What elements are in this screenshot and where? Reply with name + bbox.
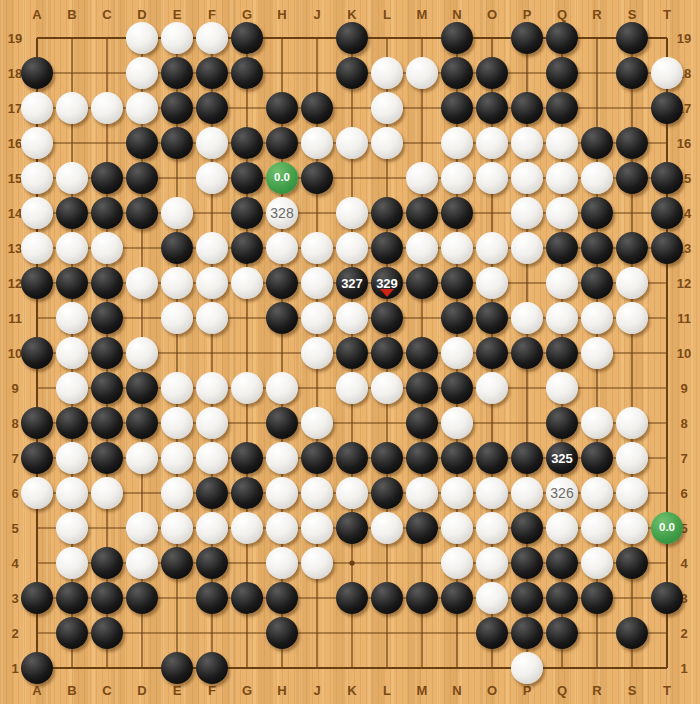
- intersection-T11[interactable]: [650, 301, 684, 335]
- intersection-N2[interactable]: [440, 616, 474, 650]
- intersection-R14[interactable]: [580, 196, 614, 230]
- intersection-N19[interactable]: [440, 21, 474, 55]
- intersection-K14[interactable]: [335, 196, 369, 230]
- intersection-C6[interactable]: [90, 476, 124, 510]
- intersection-D8[interactable]: [125, 406, 159, 440]
- intersection-Q1[interactable]: [545, 651, 579, 685]
- intersection-B1[interactable]: [55, 651, 89, 685]
- intersection-Q13[interactable]: [545, 231, 579, 265]
- intersection-Q9[interactable]: [545, 371, 579, 405]
- intersection-D10[interactable]: [125, 336, 159, 370]
- intersection-J5[interactable]: [300, 511, 334, 545]
- intersection-T7[interactable]: [650, 441, 684, 475]
- intersection-O5[interactable]: [475, 511, 509, 545]
- intersection-H10[interactable]: [265, 336, 299, 370]
- intersection-J8[interactable]: [300, 406, 334, 440]
- intersection-Q16[interactable]: [545, 126, 579, 160]
- intersection-F3[interactable]: [195, 581, 229, 615]
- intersection-K13[interactable]: [335, 231, 369, 265]
- intersection-E2[interactable]: [160, 616, 194, 650]
- intersection-O7[interactable]: [475, 441, 509, 475]
- intersection-N17[interactable]: [440, 91, 474, 125]
- intersection-J2[interactable]: [300, 616, 334, 650]
- intersection-H12[interactable]: [265, 266, 299, 300]
- intersection-O18[interactable]: [475, 56, 509, 90]
- intersection-N5[interactable]: [440, 511, 474, 545]
- intersection-N8[interactable]: [440, 406, 474, 440]
- intersection-A10[interactable]: [20, 336, 54, 370]
- intersection-J1[interactable]: [300, 651, 334, 685]
- intersection-F17[interactable]: [195, 91, 229, 125]
- intersection-O10[interactable]: [475, 336, 509, 370]
- intersection-L6[interactable]: [370, 476, 404, 510]
- intersection-T9[interactable]: [650, 371, 684, 405]
- intersection-A18[interactable]: [20, 56, 54, 90]
- intersection-K18[interactable]: [335, 56, 369, 90]
- intersection-B4[interactable]: [55, 546, 89, 580]
- intersection-C4[interactable]: [90, 546, 124, 580]
- intersection-D19[interactable]: [125, 21, 159, 55]
- intersection-O11[interactable]: [475, 301, 509, 335]
- intersection-M9[interactable]: [405, 371, 439, 405]
- intersection-E9[interactable]: [160, 371, 194, 405]
- intersection-J11[interactable]: [300, 301, 334, 335]
- intersection-L9[interactable]: [370, 371, 404, 405]
- intersection-A7[interactable]: [20, 441, 54, 475]
- intersection-H7[interactable]: [265, 441, 299, 475]
- intersection-G1[interactable]: [230, 651, 264, 685]
- intersection-K6[interactable]: [335, 476, 369, 510]
- intersection-P3[interactable]: [510, 581, 544, 615]
- intersection-N4[interactable]: [440, 546, 474, 580]
- intersection-F8[interactable]: [195, 406, 229, 440]
- intersection-D6[interactable]: [125, 476, 159, 510]
- intersection-C15[interactable]: [90, 161, 124, 195]
- intersection-R2[interactable]: [580, 616, 614, 650]
- intersection-G12[interactable]: [230, 266, 264, 300]
- intersection-G13[interactable]: [230, 231, 264, 265]
- intersection-P16[interactable]: [510, 126, 544, 160]
- intersection-G17[interactable]: [230, 91, 264, 125]
- intersection-K12[interactable]: 327: [335, 266, 369, 300]
- intersection-J13[interactable]: [300, 231, 334, 265]
- intersection-J7[interactable]: [300, 441, 334, 475]
- intersection-O4[interactable]: [475, 546, 509, 580]
- intersection-L10[interactable]: [370, 336, 404, 370]
- intersection-S10[interactable]: [615, 336, 649, 370]
- intersection-M11[interactable]: [405, 301, 439, 335]
- intersection-A1[interactable]: [20, 651, 54, 685]
- intersection-C8[interactable]: [90, 406, 124, 440]
- intersection-O3[interactable]: [475, 581, 509, 615]
- intersection-G7[interactable]: [230, 441, 264, 475]
- intersection-R5[interactable]: [580, 511, 614, 545]
- intersection-C17[interactable]: [90, 91, 124, 125]
- intersection-N9[interactable]: [440, 371, 474, 405]
- intersection-S12[interactable]: [615, 266, 649, 300]
- intersection-P13[interactable]: [510, 231, 544, 265]
- intersection-D9[interactable]: [125, 371, 159, 405]
- intersection-M2[interactable]: [405, 616, 439, 650]
- intersection-L17[interactable]: [370, 91, 404, 125]
- intersection-O15[interactable]: [475, 161, 509, 195]
- intersection-J6[interactable]: [300, 476, 334, 510]
- intersection-R10[interactable]: [580, 336, 614, 370]
- intersection-F1[interactable]: [195, 651, 229, 685]
- intersection-P17[interactable]: [510, 91, 544, 125]
- intersection-A17[interactable]: [20, 91, 54, 125]
- intersection-B7[interactable]: [55, 441, 89, 475]
- intersection-T14[interactable]: [650, 196, 684, 230]
- intersection-H18[interactable]: [265, 56, 299, 90]
- intersection-D1[interactable]: [125, 651, 159, 685]
- intersection-E1[interactable]: [160, 651, 194, 685]
- intersection-M8[interactable]: [405, 406, 439, 440]
- intersection-H5[interactable]: [265, 511, 299, 545]
- intersection-M10[interactable]: [405, 336, 439, 370]
- intersection-R13[interactable]: [580, 231, 614, 265]
- intersection-T2[interactable]: [650, 616, 684, 650]
- intersection-G19[interactable]: [230, 21, 264, 55]
- intersection-K11[interactable]: [335, 301, 369, 335]
- intersection-D5[interactable]: [125, 511, 159, 545]
- intersection-S6[interactable]: [615, 476, 649, 510]
- intersection-B10[interactable]: [55, 336, 89, 370]
- intersection-O12[interactable]: [475, 266, 509, 300]
- intersection-C1[interactable]: [90, 651, 124, 685]
- intersection-S4[interactable]: [615, 546, 649, 580]
- intersection-A2[interactable]: [20, 616, 54, 650]
- intersection-G6[interactable]: [230, 476, 264, 510]
- intersection-E3[interactable]: [160, 581, 194, 615]
- intersection-E5[interactable]: [160, 511, 194, 545]
- intersection-R7[interactable]: [580, 441, 614, 475]
- intersection-A13[interactable]: [20, 231, 54, 265]
- intersection-C11[interactable]: [90, 301, 124, 335]
- intersection-S9[interactable]: [615, 371, 649, 405]
- intersection-E8[interactable]: [160, 406, 194, 440]
- intersection-S5[interactable]: [615, 511, 649, 545]
- intersection-G14[interactable]: [230, 196, 264, 230]
- intersection-A4[interactable]: [20, 546, 54, 580]
- intersection-D15[interactable]: [125, 161, 159, 195]
- intersection-E11[interactable]: [160, 301, 194, 335]
- intersection-B17[interactable]: [55, 91, 89, 125]
- intersection-M19[interactable]: [405, 21, 439, 55]
- intersection-K8[interactable]: [335, 406, 369, 440]
- intersection-D14[interactable]: [125, 196, 159, 230]
- intersection-S15[interactable]: [615, 161, 649, 195]
- intersection-C7[interactable]: [90, 441, 124, 475]
- intersection-M4[interactable]: [405, 546, 439, 580]
- intersection-R6[interactable]: [580, 476, 614, 510]
- intersection-S17[interactable]: [615, 91, 649, 125]
- intersection-B3[interactable]: [55, 581, 89, 615]
- intersection-G10[interactable]: [230, 336, 264, 370]
- intersection-K9[interactable]: [335, 371, 369, 405]
- intersection-R1[interactable]: [580, 651, 614, 685]
- intersection-P1[interactable]: [510, 651, 544, 685]
- intersection-B14[interactable]: [55, 196, 89, 230]
- intersection-F11[interactable]: [195, 301, 229, 335]
- intersection-A19[interactable]: [20, 21, 54, 55]
- intersection-O2[interactable]: [475, 616, 509, 650]
- intersection-N1[interactable]: [440, 651, 474, 685]
- intersection-P9[interactable]: [510, 371, 544, 405]
- intersection-B19[interactable]: [55, 21, 89, 55]
- intersection-K5[interactable]: [335, 511, 369, 545]
- intersection-A15[interactable]: [20, 161, 54, 195]
- intersection-R17[interactable]: [580, 91, 614, 125]
- intersection-P8[interactable]: [510, 406, 544, 440]
- intersection-T10[interactable]: [650, 336, 684, 370]
- intersection-S14[interactable]: [615, 196, 649, 230]
- intersection-N11[interactable]: [440, 301, 474, 335]
- intersection-L15[interactable]: [370, 161, 404, 195]
- intersection-C19[interactable]: [90, 21, 124, 55]
- intersection-N15[interactable]: [440, 161, 474, 195]
- intersection-H3[interactable]: [265, 581, 299, 615]
- intersection-S11[interactable]: [615, 301, 649, 335]
- intersection-M5[interactable]: [405, 511, 439, 545]
- intersection-M1[interactable]: [405, 651, 439, 685]
- intersection-A12[interactable]: [20, 266, 54, 300]
- intersection-L5[interactable]: [370, 511, 404, 545]
- intersection-H6[interactable]: [265, 476, 299, 510]
- intersection-A6[interactable]: [20, 476, 54, 510]
- intersection-F13[interactable]: [195, 231, 229, 265]
- intersection-P7[interactable]: [510, 441, 544, 475]
- intersection-D18[interactable]: [125, 56, 159, 90]
- intersection-M17[interactable]: [405, 91, 439, 125]
- intersection-B6[interactable]: [55, 476, 89, 510]
- intersection-T8[interactable]: [650, 406, 684, 440]
- intersection-M7[interactable]: [405, 441, 439, 475]
- intersection-O17[interactable]: [475, 91, 509, 125]
- intersection-G5[interactable]: [230, 511, 264, 545]
- intersection-G16[interactable]: [230, 126, 264, 160]
- intersection-A3[interactable]: [20, 581, 54, 615]
- intersection-R8[interactable]: [580, 406, 614, 440]
- intersection-O9[interactable]: [475, 371, 509, 405]
- intersection-E16[interactable]: [160, 126, 194, 160]
- intersection-D2[interactable]: [125, 616, 159, 650]
- intersection-Q11[interactable]: [545, 301, 579, 335]
- intersection-F2[interactable]: [195, 616, 229, 650]
- intersection-H14[interactable]: 328: [265, 196, 299, 230]
- intersection-Q3[interactable]: [545, 581, 579, 615]
- intersection-M3[interactable]: [405, 581, 439, 615]
- intersection-F15[interactable]: [195, 161, 229, 195]
- intersection-B5[interactable]: [55, 511, 89, 545]
- intersection-L2[interactable]: [370, 616, 404, 650]
- intersection-R12[interactable]: [580, 266, 614, 300]
- intersection-R11[interactable]: [580, 301, 614, 335]
- intersection-C9[interactable]: [90, 371, 124, 405]
- intersection-O19[interactable]: [475, 21, 509, 55]
- intersection-T12[interactable]: [650, 266, 684, 300]
- intersection-K10[interactable]: [335, 336, 369, 370]
- intersection-T4[interactable]: [650, 546, 684, 580]
- intersection-J18[interactable]: [300, 56, 334, 90]
- intersection-G2[interactable]: [230, 616, 264, 650]
- intersection-O1[interactable]: [475, 651, 509, 685]
- intersection-R15[interactable]: [580, 161, 614, 195]
- intersection-L14[interactable]: [370, 196, 404, 230]
- intersection-E19[interactable]: [160, 21, 194, 55]
- intersection-F14[interactable]: [195, 196, 229, 230]
- intersection-L18[interactable]: [370, 56, 404, 90]
- intersection-T13[interactable]: [650, 231, 684, 265]
- intersection-E12[interactable]: [160, 266, 194, 300]
- intersection-C5[interactable]: [90, 511, 124, 545]
- intersection-J9[interactable]: [300, 371, 334, 405]
- intersection-O14[interactable]: [475, 196, 509, 230]
- intersection-E6[interactable]: [160, 476, 194, 510]
- intersection-D17[interactable]: [125, 91, 159, 125]
- intersection-P4[interactable]: [510, 546, 544, 580]
- intersection-P5[interactable]: [510, 511, 544, 545]
- intersection-P10[interactable]: [510, 336, 544, 370]
- intersection-F9[interactable]: [195, 371, 229, 405]
- intersection-T15[interactable]: [650, 161, 684, 195]
- intersection-P19[interactable]: [510, 21, 544, 55]
- intersection-G15[interactable]: [230, 161, 264, 195]
- intersection-T1[interactable]: [650, 651, 684, 685]
- intersection-E18[interactable]: [160, 56, 194, 90]
- intersection-D7[interactable]: [125, 441, 159, 475]
- intersection-M6[interactable]: [405, 476, 439, 510]
- intersection-C3[interactable]: [90, 581, 124, 615]
- intersection-N6[interactable]: [440, 476, 474, 510]
- intersection-H2[interactable]: [265, 616, 299, 650]
- intersection-D4[interactable]: [125, 546, 159, 580]
- intersection-G11[interactable]: [230, 301, 264, 335]
- intersection-K17[interactable]: [335, 91, 369, 125]
- intersection-S7[interactable]: [615, 441, 649, 475]
- intersection-S13[interactable]: [615, 231, 649, 265]
- intersection-T3[interactable]: [650, 581, 684, 615]
- intersection-K7[interactable]: [335, 441, 369, 475]
- intersection-B15[interactable]: [55, 161, 89, 195]
- intersection-H9[interactable]: [265, 371, 299, 405]
- intersection-S18[interactable]: [615, 56, 649, 90]
- intersection-K1[interactable]: [335, 651, 369, 685]
- intersection-M13[interactable]: [405, 231, 439, 265]
- intersection-K16[interactable]: [335, 126, 369, 160]
- intersection-N16[interactable]: [440, 126, 474, 160]
- intersection-E7[interactable]: [160, 441, 194, 475]
- intersection-S8[interactable]: [615, 406, 649, 440]
- intersection-D11[interactable]: [125, 301, 159, 335]
- intersection-H4[interactable]: [265, 546, 299, 580]
- intersection-B2[interactable]: [55, 616, 89, 650]
- intersection-G18[interactable]: [230, 56, 264, 90]
- intersection-A16[interactable]: [20, 126, 54, 160]
- intersection-A11[interactable]: [20, 301, 54, 335]
- intersection-L1[interactable]: [370, 651, 404, 685]
- intersection-F6[interactable]: [195, 476, 229, 510]
- intersection-D12[interactable]: [125, 266, 159, 300]
- intersection-B16[interactable]: [55, 126, 89, 160]
- intersection-T19[interactable]: [650, 21, 684, 55]
- intersection-D3[interactable]: [125, 581, 159, 615]
- intersection-A8[interactable]: [20, 406, 54, 440]
- intersection-M14[interactable]: [405, 196, 439, 230]
- intersection-L19[interactable]: [370, 21, 404, 55]
- intersection-P12[interactable]: [510, 266, 544, 300]
- intersection-T5[interactable]: 0.0: [650, 511, 684, 545]
- intersection-F10[interactable]: [195, 336, 229, 370]
- intersection-S3[interactable]: [615, 581, 649, 615]
- intersection-N14[interactable]: [440, 196, 474, 230]
- intersection-Q12[interactable]: [545, 266, 579, 300]
- intersection-P6[interactable]: [510, 476, 544, 510]
- intersection-R3[interactable]: [580, 581, 614, 615]
- intersection-C12[interactable]: [90, 266, 124, 300]
- intersection-T18[interactable]: [650, 56, 684, 90]
- intersection-L11[interactable]: [370, 301, 404, 335]
- intersection-H17[interactable]: [265, 91, 299, 125]
- intersection-L7[interactable]: [370, 441, 404, 475]
- intersection-G8[interactable]: [230, 406, 264, 440]
- intersection-P2[interactable]: [510, 616, 544, 650]
- intersection-E17[interactable]: [160, 91, 194, 125]
- intersection-J16[interactable]: [300, 126, 334, 160]
- intersection-T17[interactable]: [650, 91, 684, 125]
- intersection-G4[interactable]: [230, 546, 264, 580]
- intersection-S16[interactable]: [615, 126, 649, 160]
- intersection-J3[interactable]: [300, 581, 334, 615]
- intersection-B12[interactable]: [55, 266, 89, 300]
- intersection-H15[interactable]: 0.0: [265, 161, 299, 195]
- intersection-J17[interactable]: [300, 91, 334, 125]
- intersection-R19[interactable]: [580, 21, 614, 55]
- intersection-H16[interactable]: [265, 126, 299, 160]
- intersection-N13[interactable]: [440, 231, 474, 265]
- intersection-C10[interactable]: [90, 336, 124, 370]
- intersection-E14[interactable]: [160, 196, 194, 230]
- intersection-E15[interactable]: [160, 161, 194, 195]
- intersection-H8[interactable]: [265, 406, 299, 440]
- intersection-T16[interactable]: [650, 126, 684, 160]
- intersection-J12[interactable]: [300, 266, 334, 300]
- intersection-F4[interactable]: [195, 546, 229, 580]
- intersection-Q17[interactable]: [545, 91, 579, 125]
- intersection-R9[interactable]: [580, 371, 614, 405]
- intersection-C16[interactable]: [90, 126, 124, 160]
- intersection-Q19[interactable]: [545, 21, 579, 55]
- intersection-K2[interactable]: [335, 616, 369, 650]
- intersection-K4[interactable]: [335, 546, 369, 580]
- intersection-O16[interactable]: [475, 126, 509, 160]
- intersection-E13[interactable]: [160, 231, 194, 265]
- intersection-C2[interactable]: [90, 616, 124, 650]
- intersection-A9[interactable]: [20, 371, 54, 405]
- intersection-K19[interactable]: [335, 21, 369, 55]
- intersection-D13[interactable]: [125, 231, 159, 265]
- intersection-L13[interactable]: [370, 231, 404, 265]
- intersection-L4[interactable]: [370, 546, 404, 580]
- intersection-Q8[interactable]: [545, 406, 579, 440]
- intersection-L12[interactable]: 329: [370, 266, 404, 300]
- intersection-P18[interactable]: [510, 56, 544, 90]
- intersection-T6[interactable]: [650, 476, 684, 510]
- intersection-O8[interactable]: [475, 406, 509, 440]
- intersection-C13[interactable]: [90, 231, 124, 265]
- intersection-F19[interactable]: [195, 21, 229, 55]
- intersection-R18[interactable]: [580, 56, 614, 90]
